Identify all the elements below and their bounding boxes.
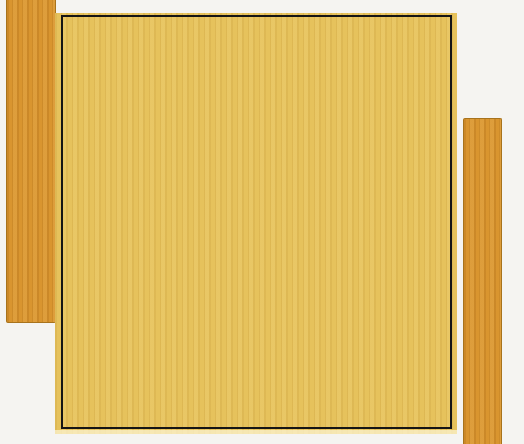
shogi-app bbox=[0, 0, 524, 444]
board-front-edge bbox=[55, 430, 457, 434]
gote-captured-tray bbox=[6, 0, 56, 323]
sente-captured-tray bbox=[463, 118, 502, 444]
board-grid bbox=[61, 15, 452, 429]
